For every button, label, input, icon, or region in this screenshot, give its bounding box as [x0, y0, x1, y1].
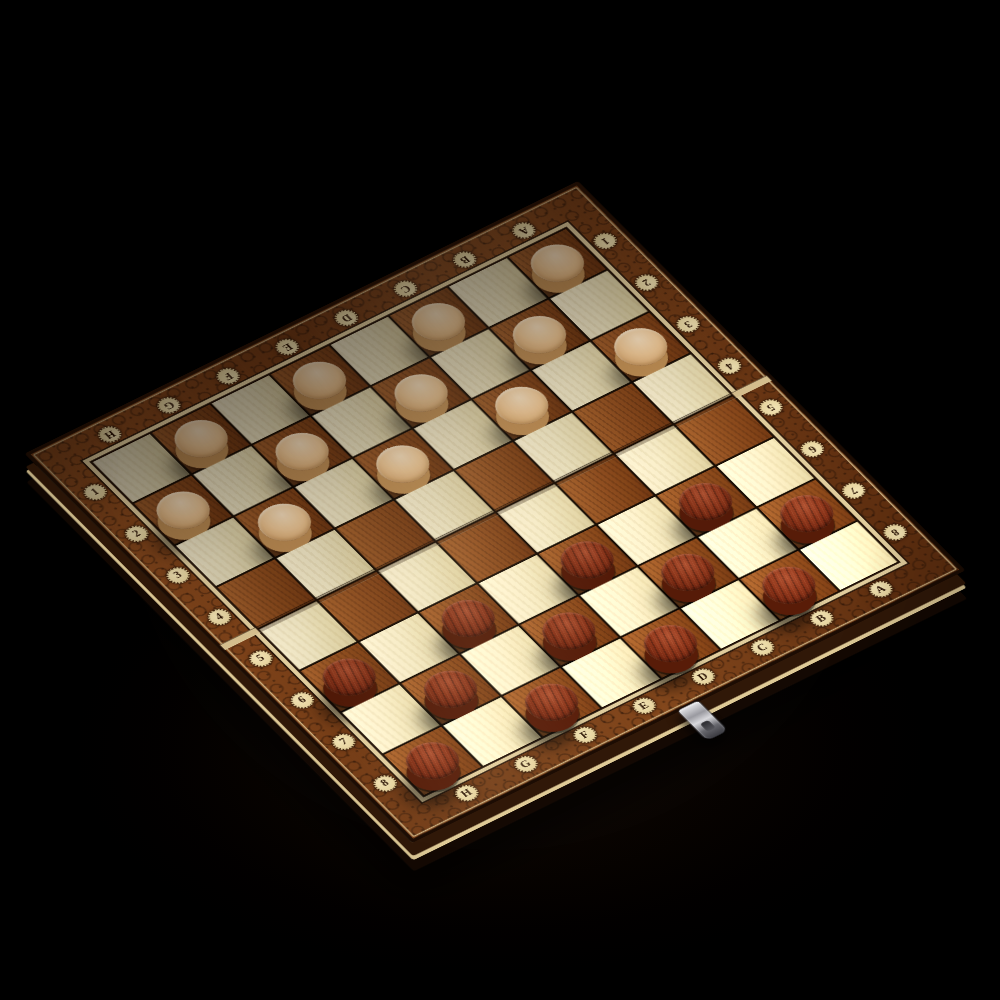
file-label-bottom-b: B [805, 607, 837, 630]
rank-label-left-1: 1 [79, 481, 111, 504]
photo-scene: HH11GG22FF33EE44DD55CC66BB77AA88 [0, 0, 1000, 1000]
file-label-bottom-f-label: F [578, 730, 591, 740]
rank-label-left-1-label: 1 [89, 487, 101, 497]
rank-label-left-4: 4 [203, 605, 235, 628]
piece-dark-man-f8[interactable] [514, 676, 588, 728]
rank-label-right-7-label: 7 [847, 486, 859, 496]
rank-label-left-8: 8 [369, 772, 401, 795]
file-label-bottom-d-label: D [696, 671, 711, 682]
file-label-top-e-label: E [280, 342, 294, 353]
file-label-bottom-f: F [569, 724, 601, 747]
file-label-top-h-label: H [102, 429, 117, 440]
file-label-top-c-label: C [398, 284, 413, 295]
rank-label-right-1-label: 1 [599, 236, 611, 246]
file-label-top-h: H [93, 423, 125, 446]
rank-label-right-3-label: 3 [682, 319, 694, 329]
file-label-top-b-label: B [457, 255, 471, 266]
rank-label-right-5: 5 [754, 396, 786, 419]
rank-label-right-2: 2 [630, 271, 662, 294]
file-label-top-a-label: A [516, 225, 531, 236]
rank-label-left-7: 7 [327, 730, 359, 753]
file-label-bottom-e: E [628, 695, 660, 718]
file-label-top-g-label: G [161, 400, 176, 411]
file-label-top-g: G [152, 394, 184, 417]
rank-label-right-7: 7 [837, 479, 869, 502]
rank-label-left-3-label: 3 [172, 570, 184, 580]
file-label-bottom-a-label: A [873, 584, 888, 595]
file-label-top-a: A [507, 219, 539, 242]
rank-label-left-6-label: 6 [296, 695, 308, 705]
rank-label-right-8-label: 8 [889, 527, 901, 537]
rank-label-right-5-label: 5 [765, 402, 777, 412]
rank-label-right-4-label: 4 [723, 361, 735, 371]
rank-label-left-2-label: 2 [130, 529, 142, 539]
file-label-top-c: C [389, 278, 421, 301]
file-label-bottom-g: G [509, 753, 541, 776]
file-label-bottom-c-label: C [755, 642, 770, 653]
rank-label-left-7-label: 7 [337, 737, 349, 747]
file-label-top-f: F [212, 365, 244, 388]
file-label-bottom-a: A [864, 578, 896, 601]
file-label-top-f-label: F [221, 371, 234, 381]
rank-label-right-6: 6 [796, 437, 828, 460]
rank-label-left-6: 6 [286, 689, 318, 712]
piece-dark-man-h8[interactable] [396, 735, 470, 787]
piece-dark-man-b8[interactable] [752, 559, 826, 611]
file-label-top-d-label: D [339, 313, 354, 324]
file-label-bottom-g-label: G [518, 759, 533, 770]
rank-label-right-8: 8 [879, 521, 911, 544]
rank-label-left-4-label: 4 [213, 612, 225, 622]
rank-label-left-8-label: 8 [379, 778, 391, 788]
rank-label-right-4: 4 [713, 354, 745, 377]
rank-label-left-2: 2 [120, 522, 152, 545]
file-label-bottom-h: H [450, 782, 482, 805]
rank-label-left-3: 3 [162, 564, 194, 587]
rank-label-left-5: 5 [245, 647, 277, 670]
file-label-bottom-e-label: E [637, 701, 651, 712]
file-label-top-d: D [330, 307, 362, 330]
rank-label-right-1: 1 [589, 229, 621, 252]
file-label-bottom-b-label: B [814, 613, 828, 624]
rank-label-right-6-label: 6 [806, 444, 818, 454]
file-label-bottom-c: C [746, 636, 778, 659]
file-label-top-e: E [271, 336, 303, 359]
file-label-bottom-d: D [687, 665, 719, 688]
piece-dark-man-d8[interactable] [633, 618, 707, 670]
rank-label-right-3: 3 [672, 313, 704, 336]
file-label-top-b: B [448, 248, 480, 271]
file-label-bottom-h-label: H [459, 788, 474, 799]
rank-label-right-2-label: 2 [640, 278, 652, 288]
rank-label-left-5-label: 5 [255, 654, 267, 664]
